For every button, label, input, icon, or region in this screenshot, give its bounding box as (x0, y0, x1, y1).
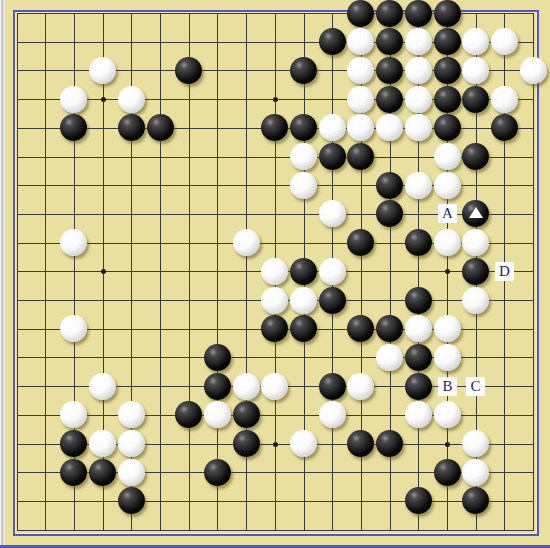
stone-black (290, 315, 317, 342)
stone-white (405, 86, 432, 113)
stone-white (462, 459, 489, 486)
stone-white (60, 315, 87, 342)
stone-black (204, 373, 231, 400)
stone-black (434, 28, 461, 55)
star-point (445, 442, 450, 447)
point-label-A: A (438, 204, 457, 223)
stone-black (60, 430, 87, 457)
stone-white (290, 430, 317, 457)
stone-black (319, 28, 346, 55)
stone-black (434, 0, 461, 27)
stone-black (89, 459, 116, 486)
point-label-B: B (438, 377, 457, 396)
stone-white (462, 287, 489, 314)
stone-black (376, 57, 403, 84)
stone-white (261, 258, 288, 285)
stone-black (376, 315, 403, 342)
stone-black (204, 459, 231, 486)
stone-white (60, 86, 87, 113)
stone-black (60, 459, 87, 486)
stone-black (462, 487, 489, 514)
stone-black (491, 114, 518, 141)
stone-white (462, 430, 489, 457)
stone-black (434, 459, 461, 486)
point-label-C: C (466, 377, 485, 396)
stone-white (319, 200, 346, 227)
stone-white (233, 229, 260, 256)
stone-white (347, 28, 374, 55)
stone-white (434, 344, 461, 371)
stone-white (434, 315, 461, 342)
stone-white (290, 172, 317, 199)
stone-black (434, 57, 461, 84)
stone-white (434, 143, 461, 170)
stone-white (462, 229, 489, 256)
stone-white (347, 57, 374, 84)
stone-black (290, 114, 317, 141)
stone-black (118, 487, 145, 514)
stone-white (319, 258, 346, 285)
stone-black (376, 430, 403, 457)
stone-white (347, 373, 374, 400)
stone-white (405, 401, 432, 428)
stone-white (233, 373, 260, 400)
stone-white (434, 172, 461, 199)
stone-black (347, 229, 374, 256)
grid-line-horizontal (17, 501, 534, 502)
stone-white (118, 459, 145, 486)
stone-white (204, 401, 231, 428)
stone-black (175, 57, 202, 84)
stone-black (233, 430, 260, 457)
star-point (101, 269, 106, 274)
stone-black (118, 114, 145, 141)
stone-black (405, 373, 432, 400)
stone-white (434, 401, 461, 428)
stone-white (405, 172, 432, 199)
stone-black (204, 344, 231, 371)
grid-line-horizontal (17, 530, 534, 531)
stone-black (261, 315, 288, 342)
stone-black (319, 287, 346, 314)
stone-black (319, 143, 346, 170)
stone-white (261, 373, 288, 400)
point-label-D: D (495, 262, 514, 281)
star-point (273, 97, 278, 102)
stone-white (319, 114, 346, 141)
stone-black (147, 114, 174, 141)
stone-black (462, 86, 489, 113)
stone-white (290, 143, 317, 170)
stone-white (118, 86, 145, 113)
stone-white (491, 86, 518, 113)
stone-black (233, 401, 260, 428)
stone-white (89, 57, 116, 84)
stone-white (89, 430, 116, 457)
triangle-marker (469, 207, 483, 218)
stone-white (118, 401, 145, 428)
stone-white (118, 430, 145, 457)
go-board[interactable]: ADBC (0, 0, 550, 548)
stone-white (60, 401, 87, 428)
stone-black (347, 0, 374, 27)
star-point (445, 269, 450, 274)
stone-white (347, 114, 374, 141)
stone-white (462, 28, 489, 55)
stone-white (405, 315, 432, 342)
stone-black (405, 344, 432, 371)
stone-black (376, 200, 403, 227)
stone-black (319, 373, 346, 400)
stone-white (376, 344, 403, 371)
stone-white (462, 57, 489, 84)
stone-white (434, 229, 461, 256)
stone-white (290, 287, 317, 314)
stone-white (347, 86, 374, 113)
stone-black (60, 114, 87, 141)
stone-white (376, 114, 403, 141)
stone-black (462, 258, 489, 285)
stone-black (290, 57, 317, 84)
stone-white (89, 373, 116, 400)
stone-black (376, 172, 403, 199)
stone-white (405, 57, 432, 84)
stone-white (261, 287, 288, 314)
stone-black (347, 315, 374, 342)
stone-black (376, 28, 403, 55)
stone-black (405, 287, 432, 314)
stone-black (405, 0, 432, 27)
stone-black (434, 86, 461, 113)
star-point (101, 97, 106, 102)
stone-black (175, 401, 202, 428)
stone-white (491, 28, 518, 55)
stone-black (376, 86, 403, 113)
stone-black (347, 143, 374, 170)
stone-black (347, 430, 374, 457)
grid-line-vertical (533, 13, 534, 530)
stone-black (290, 258, 317, 285)
stone-black (376, 0, 403, 27)
go-app-window: { "game": "go", "board_size": 19, "layou… (0, 0, 550, 548)
stone-black (434, 114, 461, 141)
stone-black (261, 114, 288, 141)
stone-white (405, 114, 432, 141)
stone-black (462, 143, 489, 170)
stone-white (520, 57, 547, 84)
stone-black (405, 487, 432, 514)
stone-white (319, 401, 346, 428)
star-point (273, 442, 278, 447)
stone-white (405, 28, 432, 55)
stone-white (60, 229, 87, 256)
stone-black (405, 229, 432, 256)
